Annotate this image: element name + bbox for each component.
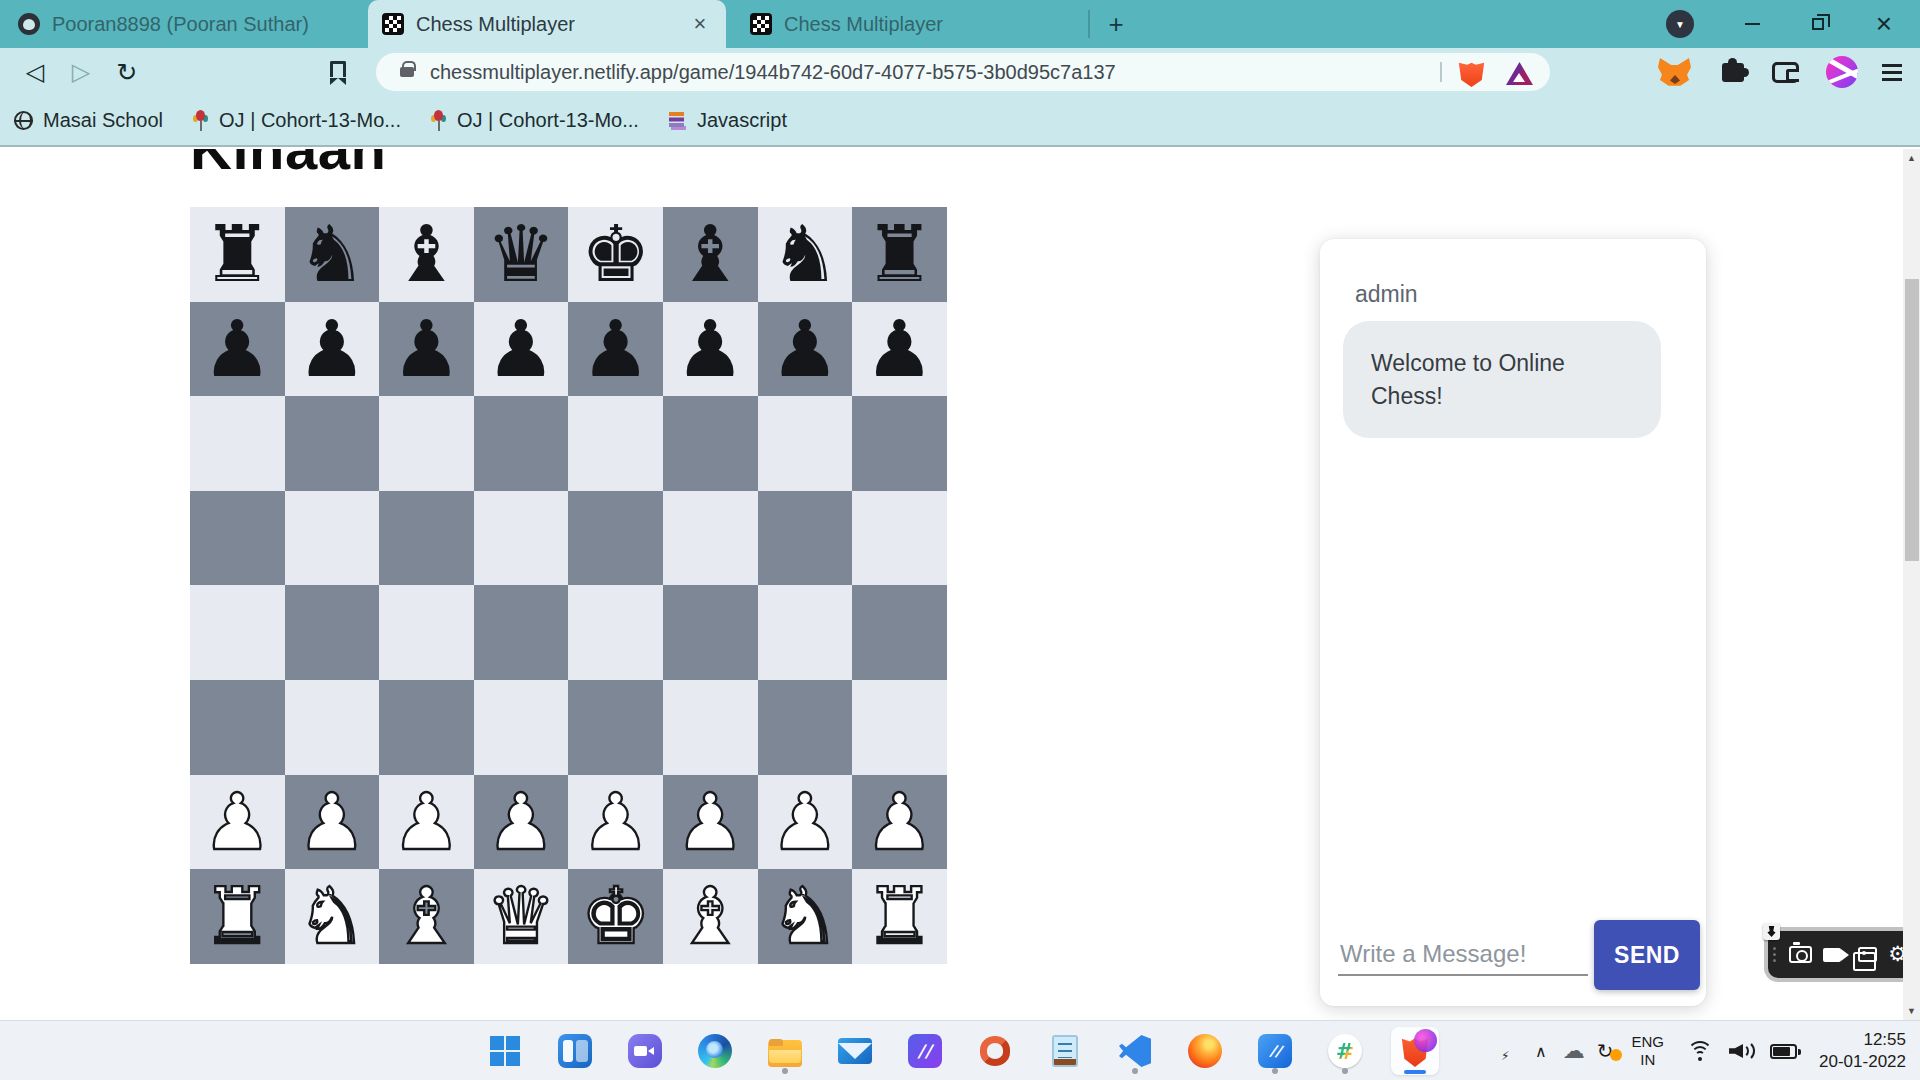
tab-chess-background[interactable]: Chess Multiplayer	[736, 0, 1086, 48]
chat-icon	[628, 1034, 662, 1068]
square-g5[interactable]	[758, 491, 853, 586]
piece-white-pawn[interactable]: ♟	[864, 783, 934, 861]
piece-white-pawn[interactable]: ♟	[392, 783, 462, 861]
bookmark-label: Masai School	[43, 109, 163, 132]
square-c6[interactable]	[379, 396, 474, 491]
bookmark-label: Javascript	[697, 109, 787, 132]
square-e5[interactable]	[568, 491, 663, 586]
scrollbar-thumb[interactable]	[1905, 279, 1919, 561]
bookmark-masai-school[interactable]: Masai School	[14, 109, 163, 132]
square-b4[interactable]	[285, 585, 380, 680]
sync-update-icon[interactable]	[1597, 1039, 1614, 1063]
taskbar-chat-button[interactable]	[621, 1027, 669, 1075]
hamburger-menu-icon[interactable]	[1882, 62, 1902, 82]
piece-white-pawn[interactable]: ♟	[581, 783, 651, 861]
square-d2[interactable]: ♟	[474, 775, 569, 870]
square-g6[interactable]	[758, 396, 853, 491]
piece-white-rook[interactable]: ♜	[864, 877, 934, 955]
running-indicator	[1132, 1068, 1138, 1074]
start-icon	[487, 1033, 523, 1069]
square-f5[interactable]	[663, 491, 758, 586]
piece-white-knight[interactable]: ♞	[770, 877, 840, 955]
piece-black-knight[interactable]: ♞	[297, 215, 367, 293]
piece-white-bishop[interactable]: ♝	[675, 877, 745, 955]
tray-date: 20-01-2022	[1819, 1051, 1906, 1073]
taskbar-clock[interactable]: 12:55 20-01-2022	[1819, 1029, 1906, 1073]
scroll-up-icon[interactable]	[1903, 153, 1920, 163]
github-icon	[18, 13, 40, 35]
chessboard-favicon	[382, 13, 404, 35]
square-g7[interactable]: ♟	[758, 302, 853, 397]
tab-strip: Pooran8898 (Pooran Suthar) Chess Multipl…	[0, 0, 1920, 48]
address-bar[interactable]: chessmultiplayer.netlify.app/game/1944b7…	[376, 53, 1550, 91]
square-d5[interactable]	[474, 491, 569, 586]
square-h8[interactable]: ♜	[852, 207, 947, 302]
bookmarks-bar: Masai School OJ | Cohort-13-Mo... OJ | C…	[0, 96, 1920, 147]
language-top: ENG	[1632, 1033, 1665, 1051]
tab-separator	[1088, 10, 1090, 38]
tab-title: Pooran8898 (Pooran Suthar)	[52, 13, 346, 36]
metamask-icon[interactable]	[1658, 58, 1691, 87]
drag-handle-icon[interactable]	[1773, 947, 1777, 965]
bookmark-label: OJ | Cohort-13-Mo...	[457, 109, 639, 132]
system-tray: ENG IN 12:55 20-01-2022	[1535, 1021, 1920, 1080]
browser-window: Pooran8898 (Pooran Suthar) Chess Multipl…	[0, 0, 1920, 1080]
message-input[interactable]	[1338, 934, 1588, 976]
speaker-icon[interactable]	[1729, 1040, 1756, 1062]
new-tab-button[interactable]	[1100, 8, 1132, 40]
office-icon	[977, 1033, 1013, 1069]
square-c4[interactable]	[379, 585, 474, 680]
chess-board[interactable]: ♜♞♝♛♚♝♞♜♟♟♟♟♟♟♟♟♟♟♟♟♟♟♟♟♜♞♝♛♚♝♞♜	[190, 207, 947, 964]
square-c2[interactable]: ♟	[379, 775, 474, 870]
restore-icon	[1812, 18, 1824, 30]
browser-toolbar: chessmultiplayer.netlify.app/game/1944b7…	[0, 48, 1920, 96]
send-button[interactable]: SEND	[1594, 920, 1700, 990]
piece-black-pawn[interactable]: ♟	[297, 310, 367, 388]
chat-sender: admin	[1355, 281, 1418, 308]
square-b6[interactable]	[285, 396, 380, 491]
piece-white-pawn[interactable]: ♟	[675, 783, 745, 861]
square-a8[interactable]: ♜	[190, 207, 285, 302]
taskbar-mail-button[interactable]	[831, 1027, 879, 1075]
square-d8[interactable]: ♛	[474, 207, 569, 302]
piece-white-knight[interactable]: ♞	[297, 877, 367, 955]
square-g1[interactable]: ♞	[758, 869, 853, 964]
running-indicator	[782, 1068, 788, 1074]
running-indicator	[1272, 1068, 1278, 1074]
tab-chess-active[interactable]: Chess Multiplayer	[368, 0, 726, 48]
edge-icon	[698, 1034, 732, 1068]
square-h3[interactable]	[852, 680, 947, 775]
taskbar-office-button[interactable]	[971, 1027, 1019, 1075]
square-a7[interactable]: ♟	[190, 302, 285, 397]
square-f1[interactable]: ♝	[663, 869, 758, 964]
taskbar-file-explorer-button[interactable]	[761, 1027, 809, 1075]
balloon-icon	[429, 109, 447, 132]
language-indicator[interactable]: ENG IN	[1632, 1033, 1665, 1069]
square-e7[interactable]: ♟	[568, 302, 663, 397]
running-indicator	[1342, 1068, 1348, 1074]
piece-white-queen[interactable]: ♛	[486, 877, 556, 955]
square-d7[interactable]: ♟	[474, 302, 569, 397]
taskbar-app-m-button[interactable]	[901, 1027, 949, 1075]
square-h2[interactable]: ♟	[852, 775, 947, 870]
piece-black-king[interactable]: ♚	[581, 215, 651, 293]
square-b1[interactable]: ♞	[285, 869, 380, 964]
taskbar-start-button[interactable]	[481, 1027, 529, 1075]
square-a5[interactable]	[190, 491, 285, 586]
square-e4[interactable]	[568, 585, 663, 680]
taskbar-task-view-button[interactable]	[551, 1027, 599, 1075]
app-m-icon	[908, 1034, 942, 1068]
windows-taskbar: ENG IN 12:55 20-01-2022	[0, 1020, 1920, 1080]
balloon-icon	[191, 109, 209, 132]
books-icon	[667, 111, 687, 130]
square-c3[interactable]	[379, 680, 474, 775]
square-c7[interactable]: ♟	[379, 302, 474, 397]
language-bottom: IN	[1640, 1051, 1655, 1069]
piece-white-pawn[interactable]: ♟	[297, 783, 367, 861]
piece-black-pawn[interactable]: ♟	[864, 310, 934, 388]
square-d3[interactable]	[474, 680, 569, 775]
back-button[interactable]	[14, 48, 56, 96]
profile-avatar[interactable]	[1826, 56, 1858, 88]
piece-white-pawn[interactable]: ♟	[202, 783, 272, 861]
square-f3[interactable]	[663, 680, 758, 775]
square-c8[interactable]: ♝	[379, 207, 474, 302]
taskbar-slack-button[interactable]	[1321, 1027, 1369, 1075]
screen-capture-widget[interactable]	[1768, 931, 1918, 978]
square-g8[interactable]: ♞	[758, 207, 853, 302]
camera-icon[interactable]	[1789, 946, 1812, 963]
square-h4[interactable]	[852, 585, 947, 680]
taskbar-notepad-button[interactable]	[1041, 1027, 1089, 1075]
firefox-icon	[1188, 1034, 1222, 1068]
square-f8[interactable]: ♝	[663, 207, 758, 302]
square-d1[interactable]: ♛	[474, 869, 569, 964]
tray-chevron-icon[interactable]	[1535, 1042, 1547, 1061]
piece-black-pawn[interactable]: ♟	[581, 310, 651, 388]
square-f4[interactable]	[663, 585, 758, 680]
wallet-icon[interactable]	[1772, 62, 1799, 83]
square-b8[interactable]: ♞	[285, 207, 380, 302]
square-h6[interactable]	[852, 396, 947, 491]
square-d6[interactable]	[474, 396, 569, 491]
square-e3[interactable]	[568, 680, 663, 775]
minimize-button[interactable]	[1726, 0, 1778, 48]
tab-title: Chess Multiplayer	[416, 13, 676, 36]
task-view-icon	[558, 1034, 592, 1068]
square-f6[interactable]	[663, 396, 758, 491]
piece-black-pawn[interactable]: ♟	[202, 310, 272, 388]
square-b3[interactable]	[285, 680, 380, 775]
square-a1[interactable]: ♜	[190, 869, 285, 964]
bookmark-oj-cohort-2[interactable]: OJ | Cohort-13-Mo...	[429, 109, 639, 132]
piece-white-pawn[interactable]: ♟	[486, 783, 556, 861]
square-h5[interactable]	[852, 491, 947, 586]
file-explorer-icon	[768, 1040, 802, 1067]
brave-icon	[1400, 1034, 1430, 1068]
taskbar-edge-button[interactable]	[691, 1027, 739, 1075]
chessboard-favicon	[750, 13, 772, 35]
chat-message-bubble: Welcome to Online Chess!	[1343, 321, 1661, 438]
scroll-down-icon[interactable]	[1903, 1006, 1920, 1016]
piece-white-bishop[interactable]: ♝	[392, 877, 462, 955]
square-e1[interactable]: ♚	[568, 869, 663, 964]
wifi-icon[interactable]	[1686, 1041, 1714, 1062]
bookmark-javascript[interactable]: Javascript	[667, 109, 787, 132]
reload-button[interactable]	[106, 48, 148, 96]
chat-panel: admin Welcome to Online Chess! SEND	[1320, 239, 1706, 1006]
images-icon[interactable]	[1858, 947, 1877, 962]
taskbar-vscode-button[interactable]	[1111, 1027, 1159, 1075]
piece-black-pawn[interactable]: ♟	[675, 310, 745, 388]
globe-icon	[14, 111, 33, 130]
piece-white-rook[interactable]: ♜	[202, 877, 272, 955]
piece-black-queen[interactable]: ♛	[486, 215, 556, 293]
piece-black-pawn[interactable]: ♟	[392, 310, 462, 388]
brave-rewards-icon[interactable]	[1506, 62, 1533, 85]
square-d4[interactable]	[474, 585, 569, 680]
square-c5[interactable]	[379, 491, 474, 586]
video-camera-icon[interactable]	[1823, 948, 1841, 962]
taskbar-firefox-button[interactable]	[1181, 1027, 1229, 1075]
piece-black-pawn[interactable]: ♟	[770, 310, 840, 388]
slack-icon	[1328, 1034, 1362, 1068]
mail-icon	[838, 1038, 872, 1064]
charging-plug-icon	[1501, 1049, 1509, 1063]
brave-shield-icon[interactable]	[1458, 60, 1485, 87]
onedrive-cloud-icon[interactable]	[1563, 1038, 1585, 1064]
tab-title: Chess Multiplayer	[784, 13, 1072, 36]
square-c1[interactable]: ♝	[379, 869, 474, 964]
square-a6[interactable]	[190, 396, 285, 491]
page-content: Kihaan ♜♞♝♛♚♝♞♜♟♟♟♟♟♟♟♟♟♟♟♟♟♟♟♟♜♞♝♛♚♝♞♜ …	[0, 149, 1920, 1020]
piece-black-rook[interactable]: ♜	[864, 215, 934, 293]
vscode-icon	[1119, 1035, 1151, 1067]
piece-black-knight[interactable]: ♞	[770, 215, 840, 293]
battery-icon[interactable]	[1770, 1044, 1797, 1059]
square-g4[interactable]	[758, 585, 853, 680]
bookmark-oj-cohort-1[interactable]: OJ | Cohort-13-Mo...	[191, 109, 401, 132]
extensions-puzzle-icon[interactable]	[1722, 63, 1744, 82]
url-text[interactable]: chessmultiplayer.netlify.app/game/1944b7…	[430, 61, 1116, 84]
taskbar-app-w-button[interactable]	[1251, 1027, 1299, 1075]
square-e8[interactable]: ♚	[568, 207, 663, 302]
forward-button[interactable]	[60, 48, 102, 96]
piece-black-rook[interactable]: ♜	[202, 215, 272, 293]
square-a4[interactable]	[190, 585, 285, 680]
running-indicator	[1404, 1070, 1426, 1074]
square-g3[interactable]	[758, 680, 853, 775]
address-bar-separator	[1440, 62, 1442, 82]
bookmark-label: OJ | Cohort-13-Mo...	[219, 109, 401, 132]
piece-black-bishop[interactable]: ♝	[392, 215, 462, 293]
piece-white-pawn[interactable]: ♟	[770, 783, 840, 861]
square-h7[interactable]: ♟	[852, 302, 947, 397]
tab-search-caret-icon[interactable]	[1666, 10, 1694, 38]
taskbar-brave-button[interactable]	[1391, 1027, 1439, 1075]
tab-github[interactable]: Pooran8898 (Pooran Suthar)	[4, 0, 360, 48]
pin-icon[interactable]	[1763, 923, 1780, 940]
app-w-icon	[1258, 1034, 1292, 1068]
page-scrollbar[interactable]	[1903, 149, 1920, 1020]
notepad-icon	[1052, 1035, 1078, 1067]
square-h1[interactable]: ♜	[852, 869, 947, 964]
close-window-button[interactable]	[1858, 0, 1910, 48]
piece-white-king[interactable]: ♚	[581, 877, 651, 955]
square-b5[interactable]	[285, 491, 380, 586]
square-f7[interactable]: ♟	[663, 302, 758, 397]
square-f2[interactable]: ♟	[663, 775, 758, 870]
square-b2[interactable]: ♟	[285, 775, 380, 870]
piece-black-bishop[interactable]: ♝	[675, 215, 745, 293]
square-e2[interactable]: ♟	[568, 775, 663, 870]
piece-black-pawn[interactable]: ♟	[486, 310, 556, 388]
square-a3[interactable]	[190, 680, 285, 775]
player-name-heading: Kihaan	[190, 149, 386, 182]
square-b7[interactable]: ♟	[285, 302, 380, 397]
lock-icon[interactable]	[400, 67, 414, 77]
square-g2[interactable]: ♟	[758, 775, 853, 870]
square-e6[interactable]	[568, 396, 663, 491]
restore-button[interactable]	[1792, 0, 1844, 48]
square-a2[interactable]: ♟	[190, 775, 285, 870]
tray-time: 12:55	[1863, 1029, 1906, 1051]
tab-close-icon[interactable]	[688, 13, 712, 35]
bookmark-icon[interactable]	[330, 61, 346, 77]
